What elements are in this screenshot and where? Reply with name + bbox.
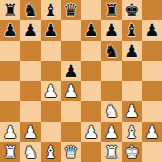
square-d3[interactable] — [61, 101, 81, 121]
square-e1[interactable] — [81, 142, 101, 162]
square-a4[interactable] — [0, 81, 20, 101]
white-bishop-piece[interactable]: ♝ — [124, 122, 139, 142]
white-rook-piece[interactable]: ♜ — [104, 142, 119, 162]
white-pawn-piece[interactable]: ♟ — [84, 122, 99, 142]
square-a3[interactable] — [0, 101, 20, 121]
square-f4[interactable] — [101, 81, 121, 101]
white-bishop-piece[interactable]: ♝ — [43, 142, 58, 162]
square-e4[interactable] — [81, 81, 101, 101]
black-bishop-piece[interactable]: ♝ — [124, 20, 139, 40]
black-queen-piece[interactable]: ♛ — [63, 0, 78, 20]
square-g5[interactable] — [122, 61, 142, 81]
square-a8[interactable]: ♜ — [0, 0, 20, 20]
square-g2[interactable]: ♝ — [122, 122, 142, 142]
square-e3[interactable] — [81, 101, 101, 121]
black-king-piece[interactable]: ♚ — [124, 0, 139, 20]
black-rook-piece[interactable]: ♜ — [104, 0, 119, 20]
square-a7[interactable]: ♟ — [0, 20, 20, 40]
square-b8[interactable]: ♞ — [20, 0, 40, 20]
square-c8[interactable]: ♝ — [41, 0, 61, 20]
square-a2[interactable]: ♟ — [0, 122, 20, 142]
square-d2[interactable] — [61, 122, 81, 142]
black-bishop-piece[interactable]: ♝ — [43, 0, 58, 20]
square-h8[interactable] — [142, 0, 162, 20]
square-h6[interactable] — [142, 41, 162, 61]
square-h4[interactable] — [142, 81, 162, 101]
square-g7[interactable]: ♝ — [122, 20, 142, 40]
square-h1[interactable] — [142, 142, 162, 162]
square-b2[interactable]: ♟ — [20, 122, 40, 142]
square-h5[interactable] — [142, 61, 162, 81]
square-d7[interactable] — [61, 20, 81, 40]
square-e7[interactable]: ♟ — [81, 20, 101, 40]
square-d4[interactable]: ♟ — [61, 81, 81, 101]
square-e2[interactable]: ♟ — [81, 122, 101, 142]
square-b6[interactable] — [20, 41, 40, 61]
white-pawn-piece[interactable]: ♟ — [3, 122, 18, 142]
square-f6[interactable]: ♞ — [101, 41, 121, 61]
square-d8[interactable]: ♛ — [61, 0, 81, 20]
white-king-piece[interactable]: ♚ — [124, 142, 139, 162]
black-knight-piece[interactable]: ♞ — [23, 0, 38, 20]
black-pawn-piece[interactable]: ♟ — [63, 61, 78, 81]
square-b7[interactable]: ♟ — [20, 20, 40, 40]
square-f3[interactable]: ♞ — [101, 101, 121, 121]
square-g3[interactable]: ♟ — [122, 101, 142, 121]
square-f1[interactable]: ♜ — [101, 142, 121, 162]
square-d6[interactable] — [61, 41, 81, 61]
square-c4[interactable]: ♟ — [41, 81, 61, 101]
white-pawn-piece[interactable]: ♟ — [124, 101, 139, 121]
square-f8[interactable]: ♜ — [101, 0, 121, 20]
white-queen-piece[interactable]: ♛ — [63, 142, 78, 162]
black-pawn-piece[interactable]: ♟ — [84, 20, 99, 40]
square-c5[interactable] — [41, 61, 61, 81]
square-a1[interactable]: ♜ — [0, 142, 20, 162]
square-g4[interactable] — [122, 81, 142, 101]
white-pawn-piece[interactable]: ♟ — [43, 81, 58, 101]
square-f5[interactable] — [101, 61, 121, 81]
square-f2[interactable]: ♟ — [101, 122, 121, 142]
square-b4[interactable] — [20, 81, 40, 101]
square-b5[interactable] — [20, 61, 40, 81]
square-f7[interactable]: ♟ — [101, 20, 121, 40]
square-c2[interactable] — [41, 122, 61, 142]
black-pawn-piece[interactable]: ♟ — [104, 20, 119, 40]
white-pawn-piece[interactable]: ♟ — [104, 122, 119, 142]
square-a5[interactable] — [0, 61, 20, 81]
square-h3[interactable] — [142, 101, 162, 121]
black-rook-piece[interactable]: ♜ — [3, 0, 18, 20]
black-pawn-piece[interactable]: ♟ — [23, 20, 38, 40]
square-b3[interactable] — [20, 101, 40, 121]
square-c6[interactable] — [41, 41, 61, 61]
square-g8[interactable]: ♚ — [122, 0, 142, 20]
black-pawn-piece[interactable]: ♟ — [3, 20, 18, 40]
square-e6[interactable] — [81, 41, 101, 61]
square-h7[interactable]: ♟ — [142, 20, 162, 40]
square-c3[interactable] — [41, 101, 61, 121]
chess-board: ♜♞♝♛♜♚♟♟♟♟♟♝♟♞♟♟♟♟♞♟♟♟♟♟♝♟♜♞♝♛♜♚ — [0, 0, 162, 162]
white-knight-piece[interactable]: ♞ — [23, 142, 38, 162]
square-d1[interactable]: ♛ — [61, 142, 81, 162]
square-e8[interactable] — [81, 0, 101, 20]
black-pawn-piece[interactable]: ♟ — [124, 41, 139, 61]
square-g6[interactable]: ♟ — [122, 41, 142, 61]
square-d5[interactable]: ♟ — [61, 61, 81, 81]
white-pawn-piece[interactable]: ♟ — [144, 122, 159, 142]
white-knight-piece[interactable]: ♞ — [104, 101, 119, 121]
square-e5[interactable] — [81, 61, 101, 81]
black-pawn-piece[interactable]: ♟ — [144, 20, 159, 40]
square-c7[interactable]: ♟ — [41, 20, 61, 40]
white-rook-piece[interactable]: ♜ — [3, 142, 18, 162]
square-a6[interactable] — [0, 41, 20, 61]
black-knight-piece[interactable]: ♞ — [104, 41, 119, 61]
white-pawn-piece[interactable]: ♟ — [63, 81, 78, 101]
white-pawn-piece[interactable]: ♟ — [23, 122, 38, 142]
square-g1[interactable]: ♚ — [122, 142, 142, 162]
square-b1[interactable]: ♞ — [20, 142, 40, 162]
square-c1[interactable]: ♝ — [41, 142, 61, 162]
square-h2[interactable]: ♟ — [142, 122, 162, 142]
black-pawn-piece[interactable]: ♟ — [43, 20, 58, 40]
